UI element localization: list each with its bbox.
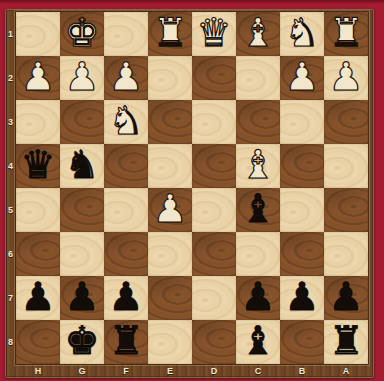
file-label-e: E xyxy=(148,364,192,378)
square-h2[interactable]: ♟ xyxy=(16,56,60,100)
square-e5[interactable]: ♟ xyxy=(148,188,192,232)
rank-label-6: 6 xyxy=(5,232,16,276)
square-g2[interactable]: ♟ xyxy=(60,56,104,100)
white-pawn-piece: ♟ xyxy=(21,55,56,99)
square-f6[interactable] xyxy=(104,232,148,276)
square-a2[interactable]: ♟ xyxy=(324,56,368,100)
square-c3[interactable] xyxy=(236,100,280,144)
square-g4[interactable]: ♞ xyxy=(60,144,104,188)
white-knight-piece: ♞ xyxy=(109,99,144,143)
square-c1[interactable]: ♝ xyxy=(236,12,280,56)
square-e4[interactable] xyxy=(148,144,192,188)
square-f2[interactable]: ♟ xyxy=(104,56,148,100)
square-d2[interactable] xyxy=(192,56,236,100)
rank-labels: 12345678 xyxy=(5,12,16,364)
square-f3[interactable]: ♞ xyxy=(104,100,148,144)
file-label-f: F xyxy=(104,364,148,378)
rank-label-2: 2 xyxy=(5,56,16,100)
white-pawn-piece: ♟ xyxy=(109,55,144,99)
white-pawn-piece: ♟ xyxy=(329,55,364,99)
square-b8[interactable] xyxy=(280,320,324,364)
black-queen-piece: ♛ xyxy=(21,143,56,187)
square-a7[interactable]: ♟ xyxy=(324,276,368,320)
square-c7[interactable]: ♟ xyxy=(236,276,280,320)
white-knight-piece: ♞ xyxy=(285,11,320,55)
chess-board-frame: 12345678 ♚♜♛♝♞♜♟♟♟♟♟♞♛♞♝♟♝♟♟♟♟♟♟♚♜♝♜ HGF… xyxy=(5,9,374,378)
file-label-b: B xyxy=(280,364,324,378)
file-labels: HGFEDCBA xyxy=(16,364,368,378)
square-b3[interactable] xyxy=(280,100,324,144)
square-d4[interactable] xyxy=(192,144,236,188)
black-king-piece: ♚ xyxy=(65,319,100,363)
square-f1[interactable] xyxy=(104,12,148,56)
file-label-c: C xyxy=(236,364,280,378)
square-h3[interactable] xyxy=(16,100,60,144)
square-a3[interactable] xyxy=(324,100,368,144)
square-a5[interactable] xyxy=(324,188,368,232)
white-bishop-piece: ♝ xyxy=(241,143,276,187)
square-b6[interactable] xyxy=(280,232,324,276)
square-d6[interactable] xyxy=(192,232,236,276)
rank-label-4: 4 xyxy=(5,144,16,188)
square-c4[interactable]: ♝ xyxy=(236,144,280,188)
black-pawn-piece: ♟ xyxy=(329,275,364,319)
rank-label-3: 3 xyxy=(5,100,16,144)
white-bishop-piece: ♝ xyxy=(241,11,276,55)
chess-app-window: 12345678 ♚♜♛♝♞♜♟♟♟♟♟♞♛♞♝♟♝♟♟♟♟♟♟♚♜♝♜ HGF… xyxy=(0,0,384,381)
white-pawn-piece: ♟ xyxy=(153,187,188,231)
white-king-piece: ♚ xyxy=(65,11,100,55)
square-d3[interactable] xyxy=(192,100,236,144)
square-c2[interactable] xyxy=(236,56,280,100)
white-rook-piece: ♜ xyxy=(153,11,188,55)
square-g1[interactable]: ♚ xyxy=(60,12,104,56)
rank-label-5: 5 xyxy=(5,188,16,232)
rank-label-8: 8 xyxy=(5,320,16,364)
square-f8[interactable]: ♜ xyxy=(104,320,148,364)
square-c6[interactable] xyxy=(236,232,280,276)
black-bishop-piece: ♝ xyxy=(241,187,276,231)
square-h4[interactable]: ♛ xyxy=(16,144,60,188)
square-f7[interactable]: ♟ xyxy=(104,276,148,320)
square-e2[interactable] xyxy=(148,56,192,100)
rank-label-7: 7 xyxy=(5,276,16,320)
square-h5[interactable] xyxy=(16,188,60,232)
square-f5[interactable] xyxy=(104,188,148,232)
black-knight-piece: ♞ xyxy=(65,143,100,187)
black-pawn-piece: ♟ xyxy=(109,275,144,319)
black-bishop-piece: ♝ xyxy=(241,319,276,363)
black-rook-piece: ♜ xyxy=(329,319,364,363)
square-e8[interactable] xyxy=(148,320,192,364)
square-a6[interactable] xyxy=(324,232,368,276)
board-squares: ♚♜♛♝♞♜♟♟♟♟♟♞♛♞♝♟♝♟♟♟♟♟♟♚♜♝♜ xyxy=(16,12,368,364)
square-g5[interactable] xyxy=(60,188,104,232)
square-b2[interactable]: ♟ xyxy=(280,56,324,100)
black-pawn-piece: ♟ xyxy=(241,275,276,319)
square-g3[interactable] xyxy=(60,100,104,144)
square-e1[interactable]: ♜ xyxy=(148,12,192,56)
square-d8[interactable] xyxy=(192,320,236,364)
square-c8[interactable]: ♝ xyxy=(236,320,280,364)
square-a8[interactable]: ♜ xyxy=(324,320,368,364)
square-d1[interactable]: ♛ xyxy=(192,12,236,56)
square-b5[interactable] xyxy=(280,188,324,232)
square-h8[interactable] xyxy=(16,320,60,364)
square-g8[interactable]: ♚ xyxy=(60,320,104,364)
rank-label-1: 1 xyxy=(5,12,16,56)
square-e6[interactable] xyxy=(148,232,192,276)
square-a1[interactable]: ♜ xyxy=(324,12,368,56)
square-g7[interactable]: ♟ xyxy=(60,276,104,320)
square-h1[interactable] xyxy=(16,12,60,56)
square-e3[interactable] xyxy=(148,100,192,144)
file-label-a: A xyxy=(324,364,368,378)
square-b4[interactable] xyxy=(280,144,324,188)
square-d5[interactable] xyxy=(192,188,236,232)
square-d7[interactable] xyxy=(192,276,236,320)
white-pawn-piece: ♟ xyxy=(285,55,320,99)
square-f4[interactable] xyxy=(104,144,148,188)
file-label-g: G xyxy=(60,364,104,378)
square-e7[interactable] xyxy=(148,276,192,320)
black-rook-piece: ♜ xyxy=(109,319,144,363)
black-pawn-piece: ♟ xyxy=(65,275,100,319)
black-pawn-piece: ♟ xyxy=(285,275,320,319)
square-b1[interactable]: ♞ xyxy=(280,12,324,56)
square-a4[interactable] xyxy=(324,144,368,188)
file-label-d: D xyxy=(192,364,236,378)
file-label-h: H xyxy=(16,364,60,378)
square-h6[interactable] xyxy=(16,232,60,276)
white-rook-piece: ♜ xyxy=(329,11,364,55)
square-g6[interactable] xyxy=(60,232,104,276)
white-pawn-piece: ♟ xyxy=(65,55,100,99)
square-h7[interactable]: ♟ xyxy=(16,276,60,320)
black-pawn-piece: ♟ xyxy=(21,275,56,319)
white-queen-piece: ♛ xyxy=(197,11,232,55)
square-b7[interactable]: ♟ xyxy=(280,276,324,320)
square-c5[interactable]: ♝ xyxy=(236,188,280,232)
